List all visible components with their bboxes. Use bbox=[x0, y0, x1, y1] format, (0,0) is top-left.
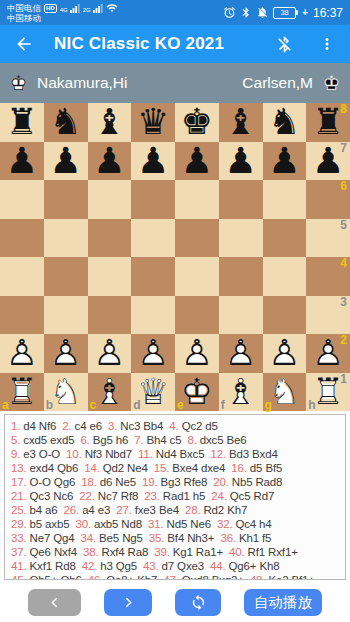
square-b3[interactable] bbox=[44, 296, 88, 335]
square-e5[interactable] bbox=[175, 219, 219, 258]
move-text[interactable]: a4 e3 bbox=[82, 504, 110, 516]
battery-icon: 38 bbox=[273, 7, 296, 19]
bluetooth-disabled-button[interactable] bbox=[275, 35, 294, 54]
square-f2[interactable]: ♟︎♙︎ bbox=[219, 334, 263, 373]
piece-black-queen[interactable]: ♛︎ bbox=[131, 103, 175, 142]
square-c3[interactable] bbox=[88, 296, 132, 335]
square-d5[interactable] bbox=[131, 219, 175, 258]
move-text[interactable]: axb5 Nd8 bbox=[94, 518, 142, 530]
move-line: 21.Qc3 Nc622.Nc7 Rf823.Rad1 h524.Qc5 Rd7 bbox=[11, 489, 339, 503]
move-number: 40. bbox=[229, 546, 245, 558]
square-h2[interactable]: ♟︎♙︎2 bbox=[306, 334, 350, 373]
square-a7[interactable]: ♟︎ bbox=[0, 142, 44, 181]
rank-label-5: 5 bbox=[340, 219, 347, 232]
move-text[interactable]: Bg3 Rfe8 bbox=[160, 476, 207, 488]
piece-white-pawn[interactable]: ♟︎♙︎ bbox=[88, 334, 132, 373]
move-number: 31. bbox=[148, 518, 164, 530]
move-number: 18. bbox=[81, 476, 97, 488]
square-a3[interactable] bbox=[0, 296, 44, 335]
back-button[interactable] bbox=[14, 34, 34, 54]
piece-black-pawn[interactable]: ♟︎ bbox=[263, 142, 307, 181]
square-d8[interactable]: ♛︎ bbox=[131, 103, 175, 142]
square-c6[interactable] bbox=[88, 180, 132, 219]
move-number: 32. bbox=[217, 518, 233, 530]
move-number: 34. bbox=[81, 532, 97, 544]
square-c8[interactable]: ♝︎ bbox=[88, 103, 132, 142]
square-b5[interactable] bbox=[44, 219, 88, 258]
move-text[interactable]: e3 O-O bbox=[23, 448, 60, 460]
square-a6[interactable] bbox=[0, 180, 44, 219]
square-a4[interactable] bbox=[0, 257, 44, 296]
move-text[interactable]: cxd5 exd5 bbox=[23, 434, 74, 446]
square-e4[interactable] bbox=[175, 257, 219, 296]
move-line: 1.d4 Nf62.c4 e63.Nc3 Bb44.Qc2 d5 bbox=[11, 419, 339, 433]
piece-black-knight[interactable]: ♞︎ bbox=[263, 103, 307, 142]
move-text[interactable]: Nc7 Rf8 bbox=[98, 490, 139, 502]
move-number: 42. bbox=[82, 560, 98, 572]
square-d4[interactable] bbox=[131, 257, 175, 296]
square-d2[interactable]: ♟︎♙︎ bbox=[131, 334, 175, 373]
overflow-menu-button[interactable] bbox=[318, 35, 336, 53]
square-g6[interactable] bbox=[263, 180, 307, 219]
move-text[interactable]: fxe3 Be4 bbox=[135, 504, 179, 516]
chevron-left-icon bbox=[48, 596, 61, 609]
move-text[interactable]: d6 Ne5 bbox=[100, 476, 136, 488]
move-text[interactable]: d4 Nf6 bbox=[23, 420, 56, 432]
square-h5[interactable]: 5 bbox=[306, 219, 350, 258]
move-number: 30. bbox=[75, 518, 91, 530]
move-number: 35. bbox=[149, 532, 165, 544]
phone-screen: 中国电信 HD 4G 2G 中国移动 38 + 16:37 NIC Classi… bbox=[0, 0, 350, 622]
piece-black-pawn[interactable]: ♟︎ bbox=[219, 142, 263, 181]
move-number: 44. bbox=[210, 560, 226, 572]
move-text[interactable]: Ne7 Qg4 bbox=[30, 532, 75, 544]
file-label-b: b bbox=[46, 399, 53, 412]
square-d6[interactable] bbox=[131, 180, 175, 219]
piece-black-bishop[interactable]: ♝︎ bbox=[88, 103, 132, 142]
move-number: 29. bbox=[11, 518, 27, 530]
move-number: 43. bbox=[143, 560, 159, 572]
square-g8[interactable]: ♞︎ bbox=[263, 103, 307, 142]
piece-black-knight[interactable]: ♞︎ bbox=[44, 103, 88, 142]
square-c5[interactable] bbox=[88, 219, 132, 258]
rank-label-7: 7 bbox=[340, 142, 347, 155]
move-text[interactable]: dxc5 Be6 bbox=[200, 434, 247, 446]
file-label-d: d bbox=[133, 399, 140, 412]
square-h4[interactable]: 4 bbox=[306, 257, 350, 296]
square-f7[interactable]: ♟︎ bbox=[219, 142, 263, 181]
rank-label-4: 4 bbox=[340, 257, 347, 270]
move-number: 26. bbox=[64, 504, 80, 516]
piece-black-pawn[interactable]: ♟︎ bbox=[88, 142, 132, 181]
move-text[interactable]: d5 Bf5 bbox=[250, 462, 282, 474]
carrier-name-top: 中国电信 bbox=[7, 3, 41, 13]
move-line: 33.Ne7 Qg434.Be5 Ng535.Bf4 Nh3+36.Kh1 f5 bbox=[11, 531, 339, 545]
move-text[interactable]: Kxf1 Rd8 bbox=[30, 560, 76, 572]
move-text[interactable]: Rd2 Kh7 bbox=[203, 504, 247, 516]
move-number: 7. bbox=[134, 434, 143, 446]
square-b6[interactable] bbox=[44, 180, 88, 219]
piece-white-pawn[interactable]: ♟︎♙︎ bbox=[0, 334, 44, 373]
move-text[interactable]: O-O Qg6 bbox=[30, 476, 76, 488]
square-b8[interactable]: ♞︎ bbox=[44, 103, 88, 142]
move-number: 9. bbox=[11, 448, 20, 460]
file-label-f: f bbox=[221, 399, 225, 412]
square-b2[interactable]: ♟︎♙︎ bbox=[44, 334, 88, 373]
move-number: 13. bbox=[11, 462, 27, 474]
sync-arrows-icon bbox=[190, 594, 207, 611]
square-c2[interactable]: ♟︎♙︎ bbox=[88, 334, 132, 373]
move-number: 16. bbox=[231, 462, 247, 474]
square-e3[interactable] bbox=[175, 296, 219, 335]
square-e2[interactable]: ♟︎♙︎ bbox=[175, 334, 219, 373]
player-bar: ♚︎♔︎ Nakamura,Hi Carlsen,M ♚︎♔︎ bbox=[0, 63, 350, 103]
move-number: 6. bbox=[80, 434, 89, 446]
square-b4[interactable] bbox=[44, 257, 88, 296]
previous-move-button[interactable] bbox=[28, 589, 81, 616]
move-number: 8. bbox=[187, 434, 196, 446]
move-text[interactable]: Nb5 Rad8 bbox=[232, 476, 283, 488]
clock-time: 16:37 bbox=[313, 6, 343, 20]
move-number: 21. bbox=[11, 490, 27, 502]
move-text[interactable]: Bg5 h6 bbox=[93, 434, 129, 446]
mute-bell-icon bbox=[256, 6, 269, 19]
piece-black-pawn[interactable]: ♟︎ bbox=[175, 142, 219, 181]
square-f4[interactable] bbox=[219, 257, 263, 296]
move-text[interactable]: Bh4 c5 bbox=[147, 434, 182, 446]
flip-board-button[interactable] bbox=[175, 589, 221, 616]
move-number: 3. bbox=[108, 420, 117, 432]
file-label-g: g bbox=[265, 399, 272, 412]
move-list[interactable]: 1.d4 Nf62.c4 e63.Nc3 Bb44.Qc2 d55.cxd5 e… bbox=[4, 414, 346, 580]
square-g7[interactable]: ♟︎ bbox=[263, 142, 307, 181]
move-line: 17.O-O Qg618.d6 Ne519.Bg3 Rfe820.Nb5 Rad… bbox=[11, 475, 339, 489]
square-h3[interactable]: 3 bbox=[306, 296, 350, 335]
move-number: 41. bbox=[11, 560, 27, 572]
move-line: 45.Qh5+ Qh646.Qe8+ Kh747.Qxd8 Bxg2+48.Ke… bbox=[11, 573, 339, 580]
signal-bars-icon bbox=[93, 4, 103, 13]
move-number: 2. bbox=[62, 420, 71, 432]
square-d3[interactable] bbox=[131, 296, 175, 335]
square-h6[interactable]: 6 bbox=[306, 180, 350, 219]
move-line: 13.exd4 Qb614.Qd2 Ne415.Bxe4 dxe416.d5 B… bbox=[11, 461, 339, 475]
file-label-c: c bbox=[90, 399, 97, 412]
piece-white-pawn[interactable]: ♟︎♙︎ bbox=[44, 334, 88, 373]
move-number: 12. bbox=[210, 448, 226, 460]
move-text[interactable]: Qc3 Nc6 bbox=[30, 490, 74, 502]
bluetooth-status-icon bbox=[240, 6, 252, 19]
status-icons: 38 + 16:37 bbox=[223, 6, 343, 20]
piece-white-pawn[interactable]: ♟︎♙︎ bbox=[175, 334, 219, 373]
square-g1[interactable]: ♞︎♘︎g bbox=[263, 373, 307, 412]
square-e1[interactable]: ♚︎♔︎e bbox=[175, 373, 219, 412]
move-text[interactable]: exd4 Qb6 bbox=[30, 462, 79, 474]
move-text[interactable]: Bf4 Nh3+ bbox=[167, 532, 214, 544]
carrier-name-bottom: 中国移动 bbox=[7, 13, 118, 23]
move-line: 9.e3 O-O10.Nf3 Nbd711.Nd4 Bxc512.Bd3 Bxd… bbox=[11, 447, 339, 461]
file-label-h: h bbox=[308, 399, 315, 412]
square-f3[interactable] bbox=[219, 296, 263, 335]
signal-bars-icon bbox=[70, 4, 80, 13]
wifi-icon bbox=[106, 3, 118, 13]
square-d1[interactable]: ♛︎♕︎d bbox=[131, 373, 175, 412]
move-text[interactable]: Qd2 Ne4 bbox=[103, 462, 148, 474]
move-line: 29.b5 axb530.axb5 Nd831.Nd5 Ne632.Qc4 h4 bbox=[11, 517, 339, 531]
move-number: 19. bbox=[142, 476, 158, 488]
square-a1[interactable]: ♜︎♖︎a bbox=[0, 373, 44, 412]
move-text[interactable]: h3 Qg5 bbox=[100, 560, 137, 572]
square-e7[interactable]: ♟︎ bbox=[175, 142, 219, 181]
move-number: 24. bbox=[211, 490, 227, 502]
charging-icon: + bbox=[302, 7, 308, 18]
move-text[interactable]: Qc2 d5 bbox=[182, 420, 218, 432]
square-h1[interactable]: ♜︎♖︎1h bbox=[306, 373, 350, 412]
piece-white-pawn[interactable]: ♟︎♙︎ bbox=[263, 334, 307, 373]
move-text[interactable]: c4 e6 bbox=[75, 420, 102, 432]
move-number: 25. bbox=[11, 504, 27, 516]
square-h7[interactable]: ♟︎7 bbox=[306, 142, 350, 181]
move-line: 37.Qe6 Nxf438.Rxf4 Ra839.Kg1 Ra1+40.Rf1 … bbox=[11, 545, 339, 559]
move-number: 27. bbox=[116, 504, 132, 516]
chess-board[interactable]: ♜︎♞︎♝︎♛︎♚︎♝︎♞︎♜︎8♟︎♟︎♟︎♟︎♟︎♟︎♟︎♟︎76543♟︎… bbox=[0, 103, 350, 411]
move-text[interactable]: Rxf4 Ra8 bbox=[101, 546, 148, 558]
piece-black-bishop[interactable]: ♝︎ bbox=[219, 103, 263, 142]
move-number: 22. bbox=[79, 490, 95, 502]
square-g4[interactable] bbox=[263, 257, 307, 296]
piece-black-king[interactable]: ♚︎ bbox=[175, 103, 219, 142]
playback-controls: 自动播放 bbox=[0, 580, 350, 616]
carrier-block: 中国电信 HD 4G 2G 中国移动 bbox=[7, 3, 118, 23]
file-label-e: e bbox=[177, 399, 184, 412]
square-c7[interactable]: ♟︎ bbox=[88, 142, 132, 181]
move-number: 14. bbox=[84, 462, 100, 474]
piece-black-rook[interactable]: ♜︎ bbox=[0, 103, 44, 142]
file-label-a: a bbox=[2, 399, 9, 412]
move-text[interactable]: Qc4 h4 bbox=[235, 518, 271, 530]
piece-black-pawn[interactable]: ♟︎ bbox=[44, 142, 88, 181]
square-h8[interactable]: ♜︎8 bbox=[306, 103, 350, 142]
move-number: 17. bbox=[11, 476, 27, 488]
move-line: 5.cxd5 exd56.Bg5 h67.Bh4 c58.dxc5 Be6 bbox=[11, 433, 339, 447]
move-text[interactable]: b4 a6 bbox=[30, 504, 58, 516]
move-text[interactable]: Qc5 Rd7 bbox=[230, 490, 274, 502]
square-f6[interactable] bbox=[219, 180, 263, 219]
square-e6[interactable] bbox=[175, 180, 219, 219]
move-line: 41.Kxf1 Rd842.h3 Qg543.d7 Qxe344.Qg6+ Kh… bbox=[11, 559, 339, 573]
move-text[interactable]: Rf1 Rxf1+ bbox=[248, 546, 298, 558]
square-f8[interactable]: ♝︎ bbox=[219, 103, 263, 142]
square-f1[interactable]: ♝︎♗︎f bbox=[219, 373, 263, 412]
rank-label-2: 2 bbox=[340, 334, 347, 347]
square-a8[interactable]: ♜︎ bbox=[0, 103, 44, 142]
move-text[interactable]: Bd3 Bxd4 bbox=[229, 448, 278, 460]
square-c4[interactable] bbox=[88, 257, 132, 296]
move-text[interactable]: Nd5 Ne6 bbox=[167, 518, 211, 530]
square-f5[interactable] bbox=[219, 219, 263, 258]
move-number: 20. bbox=[213, 476, 229, 488]
move-number: 33. bbox=[11, 532, 27, 544]
move-text[interactable]: Qg6+ Kh8 bbox=[229, 560, 280, 572]
move-number: 1. bbox=[11, 420, 20, 432]
autoplay-button[interactable]: 自动播放 bbox=[244, 589, 322, 616]
move-text[interactable]: Nd4 Bxc5 bbox=[156, 448, 205, 460]
square-b1[interactable]: ♞︎♘︎b bbox=[44, 373, 88, 412]
move-number: 11. bbox=[138, 448, 153, 460]
piece-white-pawn[interactable]: ♟︎♙︎ bbox=[131, 334, 175, 373]
move-text[interactable]: Kg1 Ra1+ bbox=[173, 546, 223, 558]
square-g3[interactable] bbox=[263, 296, 307, 335]
move-text[interactable]: Be5 Ng5 bbox=[99, 532, 143, 544]
rank-label-1: 1 bbox=[340, 373, 347, 386]
move-text[interactable]: Nf3 Nbd7 bbox=[85, 448, 132, 460]
black-king-icon: ♚︎♔︎ bbox=[321, 73, 342, 94]
square-a5[interactable] bbox=[0, 219, 44, 258]
move-number: 39. bbox=[154, 546, 170, 558]
alarm-icon bbox=[223, 6, 236, 19]
move-text[interactable]: Rad1 h5 bbox=[163, 490, 205, 502]
move-number: 15. bbox=[154, 462, 170, 474]
piece-black-pawn[interactable]: ♟︎ bbox=[0, 142, 44, 181]
move-line: 25.b4 a626.a4 e327.fxe3 Be428.Rd2 Kh7 bbox=[11, 503, 339, 517]
move-number: 37. bbox=[11, 546, 27, 558]
status-bar: 中国电信 HD 4G 2G 中国移动 38 + 16:37 bbox=[0, 0, 350, 25]
move-text[interactable]: Qe6 Nxf4 bbox=[30, 546, 77, 558]
piece-black-pawn[interactable]: ♟︎ bbox=[131, 142, 175, 181]
move-number: 23. bbox=[144, 490, 160, 502]
white-player-name: Nakamura,Hi bbox=[37, 74, 127, 92]
move-number: 10. bbox=[66, 448, 82, 460]
hd-voice-icon: HD bbox=[44, 4, 57, 13]
rank-label-3: 3 bbox=[340, 296, 347, 309]
square-g2[interactable]: ♟︎♙︎ bbox=[263, 334, 307, 373]
move-text[interactable]: b5 axb5 bbox=[30, 518, 70, 530]
square-b7[interactable]: ♟︎ bbox=[44, 142, 88, 181]
rank-label-6: 6 bbox=[340, 180, 347, 193]
square-a2[interactable]: ♟︎♙︎ bbox=[0, 334, 44, 373]
move-number: 5. bbox=[11, 434, 20, 446]
move-text[interactable]: Bxe4 dxe4 bbox=[172, 462, 225, 474]
piece-white-pawn[interactable]: ♟︎♙︎ bbox=[219, 334, 263, 373]
rank-label-8: 8 bbox=[340, 103, 347, 116]
piece-white-bishop[interactable]: ♝︎♗︎ bbox=[219, 373, 263, 412]
move-number: 28. bbox=[185, 504, 201, 516]
black-player-name: Carlsen,M bbox=[242, 74, 313, 92]
square-c1[interactable]: ♝︎♗︎c bbox=[88, 373, 132, 412]
square-g5[interactable] bbox=[263, 219, 307, 258]
move-number: 4. bbox=[169, 420, 178, 432]
square-e8[interactable]: ♚︎ bbox=[175, 103, 219, 142]
chevron-right-icon bbox=[122, 596, 135, 609]
move-text[interactable]: d7 Qxe3 bbox=[162, 560, 204, 572]
move-number: 38. bbox=[83, 546, 99, 558]
next-move-button[interactable] bbox=[104, 589, 152, 616]
move-text[interactable]: Nc3 Bb4 bbox=[120, 420, 163, 432]
app-toolbar: NIC Classic KO 2021 bbox=[0, 25, 350, 63]
move-number: 36. bbox=[220, 532, 236, 544]
square-d7[interactable]: ♟︎ bbox=[131, 142, 175, 181]
page-title: NIC Classic KO 2021 bbox=[54, 34, 275, 54]
white-king-icon: ♚︎♔︎ bbox=[8, 73, 29, 94]
move-text[interactable]: Kh1 f5 bbox=[239, 532, 271, 544]
